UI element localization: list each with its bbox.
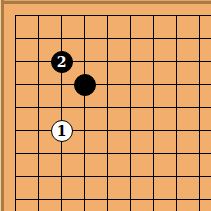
board-intersection [188,73,211,96]
move-number-label: 2 [57,55,67,69]
board-intersection [96,119,119,142]
board-intersection [96,142,119,165]
board-intersection [119,142,142,165]
board-intersection [27,73,50,96]
board-intersection [165,4,188,27]
board-intersection [188,119,211,142]
board-intersection [50,96,73,119]
board-intersection [119,96,142,119]
board-intersection [165,27,188,50]
board-intersection [96,96,119,119]
board-intersection [50,165,73,188]
board-intersection [119,73,142,96]
board-intersection [50,27,73,50]
board-intersection [119,27,142,50]
board-frame-left-edge [0,0,4,211]
board-intersection [4,96,27,119]
board-intersection [4,142,27,165]
board-intersection [73,142,96,165]
white-stone: 1 [51,120,73,142]
board-intersection [50,142,73,165]
board-intersection [73,165,96,188]
board-intersection [73,50,96,73]
board-intersection [142,73,165,96]
board-intersection [142,27,165,50]
board-intersection [142,119,165,142]
board-intersection [96,73,119,96]
board-intersection [96,50,119,73]
board-intersection [27,165,50,188]
board-intersection [119,50,142,73]
board-intersection [119,4,142,27]
board-intersection [142,165,165,188]
board-intersection [73,73,96,96]
board-intersection [27,142,50,165]
board-intersection [188,165,211,188]
board-intersection [27,119,50,142]
board-intersection [4,73,27,96]
board-intersection [73,188,96,211]
board-intersection [188,188,211,211]
board-intersection [50,188,73,211]
board-intersection: 1 [50,119,73,142]
board-intersection [119,165,142,188]
board-intersection [73,96,96,119]
board-intersection [188,142,211,165]
board-intersection [142,4,165,27]
board-intersection [188,50,211,73]
board-intersection [50,73,73,96]
board-intersection [73,27,96,50]
board-intersection: 2 [50,50,73,73]
board-intersection [73,4,96,27]
board-intersection [119,119,142,142]
board-intersection [188,4,211,27]
board-intersection [27,50,50,73]
board-intersection [96,27,119,50]
board-intersection [188,27,211,50]
board-intersection [142,188,165,211]
board-intersection [165,188,188,211]
board-intersection [96,165,119,188]
board-grid: 21 [4,4,211,211]
board-intersection [142,96,165,119]
board-intersection [165,142,188,165]
go-board-diagram: 21 [0,0,211,211]
black-stone [74,74,96,96]
board-intersection [119,188,142,211]
board-intersection [142,142,165,165]
board-intersection [96,188,119,211]
board-intersection [27,4,50,27]
black-stone: 2 [51,51,73,73]
board-intersection [4,27,27,50]
board-intersection [50,4,73,27]
board-intersection [4,4,27,27]
board-intersection [4,50,27,73]
board-intersection [4,165,27,188]
board-intersection [27,27,50,50]
board-intersection [165,119,188,142]
board-intersection [4,188,27,211]
board-intersection [165,50,188,73]
board-intersection [27,96,50,119]
move-number-label: 1 [57,124,67,138]
board-intersection [96,4,119,27]
board-intersection [165,73,188,96]
board-frame-top-edge [0,0,211,4]
board-intersection [188,96,211,119]
board-intersection [27,188,50,211]
board-intersection [142,50,165,73]
board-intersection [4,119,27,142]
board-intersection [165,96,188,119]
board-intersection [165,165,188,188]
board-intersection [73,119,96,142]
